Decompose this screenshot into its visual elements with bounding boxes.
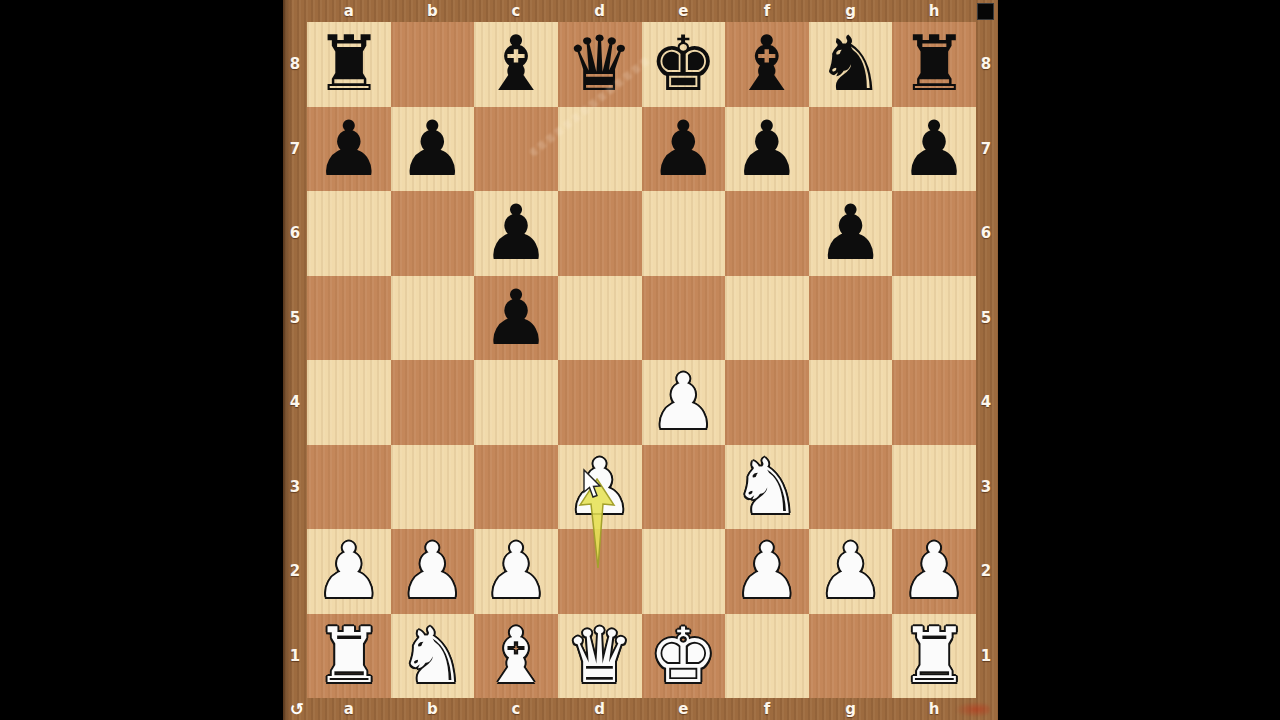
square-b4[interactable]: [391, 360, 475, 445]
square-d7[interactable]: [558, 107, 642, 192]
square-h4[interactable]: [892, 360, 976, 445]
square-h2[interactable]: ♟: [892, 529, 976, 614]
rank-label-8: 8: [283, 22, 307, 107]
square-g7[interactable]: [809, 107, 893, 192]
square-f3[interactable]: ♞: [725, 445, 809, 530]
rank-labels-right: 87654321: [974, 22, 998, 698]
square-a1[interactable]: ♜: [307, 614, 391, 699]
square-h3[interactable]: [892, 445, 976, 530]
file-labels-bottom: abcdefgh: [307, 698, 976, 720]
rank-label-5: 5: [283, 276, 307, 361]
file-label-c: c: [474, 698, 558, 720]
square-c1[interactable]: ♝: [474, 614, 558, 699]
square-h7[interactable]: ♟: [892, 107, 976, 192]
square-e2[interactable]: [642, 529, 726, 614]
rank-label-3: 3: [974, 445, 998, 530]
file-label-e: e: [642, 698, 726, 720]
piece-white-pawn-g2[interactable]: ♟: [816, 529, 884, 613]
piece-white-pawn-h2[interactable]: ♟: [900, 529, 968, 613]
rank-label-6: 6: [283, 191, 307, 276]
piece-white-queen-d1[interactable]: ♛: [566, 614, 634, 698]
piece-white-knight-f3[interactable]: ♞: [733, 445, 801, 529]
video-frame: abcdefgh abcdefgh 87654321 87654321 ♜♝♛♚…: [0, 0, 1280, 720]
rank-label-1: 1: [283, 614, 307, 699]
square-e5[interactable]: [642, 276, 726, 361]
piece-black-pawn-c6[interactable]: ♟: [482, 191, 550, 275]
piece-black-bishop-c8[interactable]: ♝: [482, 22, 550, 106]
square-e6[interactable]: [642, 191, 726, 276]
square-e7[interactable]: ♟: [642, 107, 726, 192]
square-d2[interactable]: [558, 529, 642, 614]
square-g2[interactable]: ♟: [809, 529, 893, 614]
square-g4[interactable]: [809, 360, 893, 445]
square-a2[interactable]: ♟: [307, 529, 391, 614]
rank-label-4: 4: [283, 360, 307, 445]
chess-board: abcdefgh abcdefgh 87654321 87654321 ♜♝♛♚…: [283, 0, 998, 720]
piece-white-pawn-a2[interactable]: ♟: [315, 529, 383, 613]
square-b5[interactable]: [391, 276, 475, 361]
square-f1[interactable]: [725, 614, 809, 699]
square-f6[interactable]: [725, 191, 809, 276]
piece-white-rook-h1[interactable]: ♜: [900, 614, 968, 698]
square-c7[interactable]: [474, 107, 558, 192]
piece-black-queen-d8[interactable]: ♛: [566, 22, 634, 106]
square-d6[interactable]: [558, 191, 642, 276]
square-b6[interactable]: [391, 191, 475, 276]
rank-label-2: 2: [974, 529, 998, 614]
piece-black-rook-h8[interactable]: ♜: [900, 22, 968, 106]
square-c4[interactable]: [474, 360, 558, 445]
piece-white-pawn-f2[interactable]: ♟: [733, 529, 801, 613]
square-g6[interactable]: ♟: [809, 191, 893, 276]
rank-label-7: 7: [974, 107, 998, 192]
square-f7[interactable]: ♟: [725, 107, 809, 192]
piece-black-rook-a8[interactable]: ♜: [315, 22, 383, 106]
watermark-logo: [956, 702, 990, 717]
square-e1[interactable]: ♚: [642, 614, 726, 699]
file-label-b: b: [391, 698, 475, 720]
rank-label-4: 4: [974, 360, 998, 445]
piece-white-bishop-c1[interactable]: ♝: [482, 614, 550, 698]
file-label-a: a: [307, 698, 391, 720]
piece-black-pawn-e7[interactable]: ♟: [649, 107, 717, 191]
square-h8[interactable]: ♜: [892, 22, 976, 107]
piece-white-knight-b1[interactable]: ♞: [398, 614, 466, 698]
square-a7[interactable]: ♟: [307, 107, 391, 192]
square-d8[interactable]: ♛: [558, 22, 642, 107]
square-g8[interactable]: ♞: [809, 22, 893, 107]
piece-white-rook-a1[interactable]: ♜: [315, 614, 383, 698]
square-e4[interactable]: ♟: [642, 360, 726, 445]
square-a6[interactable]: [307, 191, 391, 276]
piece-black-knight-g8[interactable]: ♞: [816, 22, 884, 106]
square-b7[interactable]: ♟: [391, 107, 475, 192]
square-f2[interactable]: ♟: [725, 529, 809, 614]
square-d4[interactable]: [558, 360, 642, 445]
rank-labels-left: 87654321: [283, 22, 307, 698]
square-c5[interactable]: ♟: [474, 276, 558, 361]
piece-black-pawn-g6[interactable]: ♟: [816, 191, 884, 275]
file-label-f: f: [725, 698, 809, 720]
square-a5[interactable]: [307, 276, 391, 361]
rank-label-1: 1: [974, 614, 998, 699]
piece-white-pawn-b2[interactable]: ♟: [398, 529, 466, 613]
rank-label-2: 2: [283, 529, 307, 614]
square-b1[interactable]: ♞: [391, 614, 475, 699]
square-c6[interactable]: ♟: [474, 191, 558, 276]
piece-black-pawn-f7[interactable]: ♟: [733, 107, 801, 191]
square-g3[interactable]: [809, 445, 893, 530]
square-d3[interactable]: ♟: [558, 445, 642, 530]
square-e8[interactable]: ♚: [642, 22, 726, 107]
piece-black-pawn-h7[interactable]: ♟: [900, 107, 968, 191]
square-b3[interactable]: [391, 445, 475, 530]
rank-label-6: 6: [974, 191, 998, 276]
square-f4[interactable]: [725, 360, 809, 445]
square-h1[interactable]: ♜: [892, 614, 976, 699]
square-b8[interactable]: [391, 22, 475, 107]
square-f5[interactable]: [725, 276, 809, 361]
piece-black-pawn-b7[interactable]: ♟: [398, 107, 466, 191]
square-a8[interactable]: ♜: [307, 22, 391, 107]
piece-black-pawn-c5[interactable]: ♟: [482, 276, 550, 360]
file-label-g: g: [809, 698, 893, 720]
square-g5[interactable]: [809, 276, 893, 361]
piece-black-pawn-a7[interactable]: ♟: [315, 107, 383, 191]
piece-black-king-e8[interactable]: ♚: [649, 22, 717, 106]
piece-white-pawn-c2[interactable]: ♟: [482, 529, 550, 613]
side-to-move-indicator: [977, 3, 994, 20]
square-h5[interactable]: [892, 276, 976, 361]
square-c8[interactable]: ♝: [474, 22, 558, 107]
piece-white-king-e1[interactable]: ♚: [649, 614, 717, 698]
square-h6[interactable]: [892, 191, 976, 276]
piece-white-pawn-d3[interactable]: ♟: [566, 445, 634, 529]
square-d5[interactable]: [558, 276, 642, 361]
square-a3[interactable]: [307, 445, 391, 530]
board-grid: ♜♝♛♚♝♞♜♟♟♟♟♟♟♟♟♟♟♞♟♟♟♟♟♟♜♞♝♛♚♜: [307, 22, 976, 698]
square-b2[interactable]: ♟: [391, 529, 475, 614]
square-a4[interactable]: [307, 360, 391, 445]
flip-board-icon[interactable]: ↺: [286, 698, 308, 720]
square-c2[interactable]: ♟: [474, 529, 558, 614]
square-d1[interactable]: ♛: [558, 614, 642, 699]
square-f8[interactable]: ♝: [725, 22, 809, 107]
rank-label-7: 7: [283, 107, 307, 192]
rank-label-3: 3: [283, 445, 307, 530]
rank-label-5: 5: [974, 276, 998, 361]
square-e3[interactable]: [642, 445, 726, 530]
file-label-d: d: [558, 698, 642, 720]
square-c3[interactable]: [474, 445, 558, 530]
rank-label-8: 8: [974, 22, 998, 107]
piece-black-bishop-f8[interactable]: ♝: [733, 22, 801, 106]
file-label-b: b: [391, 0, 475, 22]
square-g1[interactable]: [809, 614, 893, 699]
piece-white-pawn-e4[interactable]: ♟: [649, 360, 717, 444]
